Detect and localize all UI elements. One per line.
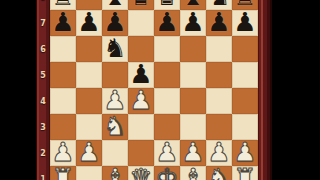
square-d3: [128, 114, 154, 140]
square-h4: [232, 88, 258, 114]
video-frame: 87654321 ♜♝♛♚♝♞♜♟♟♟♟♟♟♟♞♟♟♟♞♟♟♟♟♟♟♜♝♛♚♝♞…: [0, 0, 320, 180]
square-a6: [50, 36, 76, 62]
rank-label-5: 5: [36, 62, 50, 88]
square-c3: ♞: [102, 114, 128, 140]
square-a4: [50, 88, 76, 114]
board-frame-right: [258, 0, 272, 180]
square-a1: ♜: [50, 166, 76, 180]
square-h6: [232, 36, 258, 62]
square-b4: [76, 88, 102, 114]
square-a5: [50, 62, 76, 88]
white-bishop: ♝: [181, 165, 204, 180]
black-pawn: ♟: [103, 9, 126, 35]
white-rook: ♜: [51, 165, 74, 180]
square-b7: ♟: [76, 10, 102, 36]
square-g4: [206, 88, 232, 114]
rank-label-4: 4: [36, 88, 50, 114]
white-pawn: ♟: [129, 87, 152, 113]
square-d4: ♟: [128, 88, 154, 114]
rank-label-2: 2: [36, 140, 50, 166]
rank-label-1: 1: [36, 166, 50, 180]
square-d8: ♛: [128, 0, 154, 10]
square-h5: [232, 62, 258, 88]
board: ♜♝♛♚♝♞♜♟♟♟♟♟♟♟♞♟♟♟♞♟♟♟♟♟♟♜♝♛♚♝♞♜: [50, 0, 258, 180]
square-g7: ♟: [206, 10, 232, 36]
square-e7: ♟: [154, 10, 180, 36]
square-f7: ♟: [180, 10, 206, 36]
square-b5: [76, 62, 102, 88]
square-h7: ♟: [232, 10, 258, 36]
white-pawn: ♟: [155, 139, 178, 165]
square-e6: [154, 36, 180, 62]
white-pawn: ♟: [181, 139, 204, 165]
square-e5: [154, 62, 180, 88]
black-pawn: ♟: [129, 61, 152, 87]
black-queen: ♛: [129, 0, 152, 9]
square-e1: ♚: [154, 166, 180, 180]
square-a7: ♟: [50, 10, 76, 36]
square-c1: ♝: [102, 166, 128, 180]
rank-label-7: 7: [36, 10, 50, 36]
white-queen: ♛: [129, 165, 152, 180]
white-knight: ♞: [207, 165, 230, 180]
square-d1: ♛: [128, 166, 154, 180]
white-knight: ♞: [103, 113, 126, 139]
black-pawn: ♟: [233, 9, 256, 35]
square-g1: ♞: [206, 166, 232, 180]
black-pawn: ♟: [155, 9, 178, 35]
white-rook: ♜: [233, 165, 256, 180]
white-pawn: ♟: [77, 139, 100, 165]
square-f1: ♝: [180, 166, 206, 180]
square-h1: ♜: [232, 166, 258, 180]
square-b6: [76, 36, 102, 62]
black-pawn: ♟: [77, 9, 100, 35]
square-b2: ♟: [76, 140, 102, 166]
square-g6: [206, 36, 232, 62]
white-pawn: ♟: [103, 87, 126, 113]
rank-label-8: 8: [36, 0, 50, 10]
black-knight: ♞: [103, 35, 126, 61]
white-bishop: ♝: [103, 165, 126, 180]
square-f5: [180, 62, 206, 88]
black-pawn: ♟: [207, 9, 230, 35]
black-pawn: ♟: [181, 9, 204, 35]
square-f6: [180, 36, 206, 62]
rank-label-3: 3: [36, 114, 50, 140]
square-c6: ♞: [102, 36, 128, 62]
white-pawn: ♟: [51, 139, 74, 165]
square-g5: [206, 62, 232, 88]
white-pawn: ♟: [233, 139, 256, 165]
square-e4: [154, 88, 180, 114]
white-king: ♚: [155, 165, 178, 180]
square-f4: [180, 88, 206, 114]
rank-label-6: 6: [36, 36, 50, 62]
black-pawn: ♟: [51, 9, 74, 35]
rank-labels: 87654321: [36, 0, 50, 180]
square-b1: [76, 166, 102, 180]
square-d7: [128, 10, 154, 36]
white-pawn: ♟: [207, 139, 230, 165]
